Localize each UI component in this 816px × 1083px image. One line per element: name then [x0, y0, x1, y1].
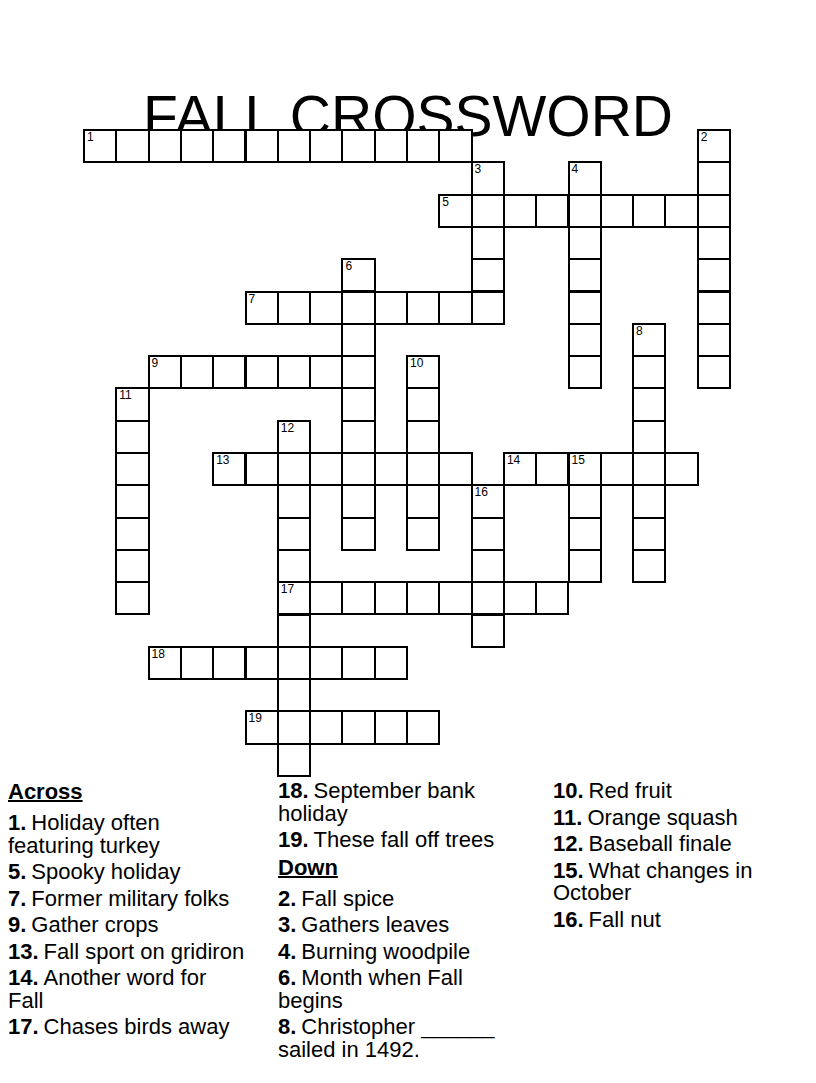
clue-text: Burning woodpile — [301, 939, 470, 964]
grid-cell-r9c6[interactable]: 12 — [277, 420, 311, 454]
cell-number: 15 — [572, 454, 585, 467]
grid-cell-r0c10[interactable] — [406, 129, 440, 163]
grid-cell-r14c1[interactable] — [115, 581, 149, 615]
grid-cell-r7c6[interactable] — [277, 355, 311, 389]
grid-cell-r7c10[interactable]: 10 — [406, 355, 440, 389]
grid-cell-r2c16[interactable] — [600, 194, 634, 228]
grid-cell-r7c4[interactable] — [212, 355, 246, 389]
clues-column-2: 18.September bank holiday19.These fall o… — [278, 780, 530, 1065]
crossword-grid: 12345678910111213141516171819 — [83, 129, 743, 789]
grid-cell-r17c6[interactable] — [277, 678, 311, 712]
grid-cell-r14c7[interactable] — [309, 581, 343, 615]
grid-cell-r9c10[interactable] — [406, 420, 440, 454]
clue-text: Gathers leaves — [301, 912, 449, 937]
cell-number: 11 — [119, 389, 131, 402]
clue-item: 10.Red fruit — [553, 780, 805, 803]
grid-cell-r0c1[interactable] — [115, 129, 149, 163]
grid-cell-r0c11[interactable] — [438, 129, 472, 163]
cell-number: 17 — [281, 583, 294, 596]
clue-number: 16. — [553, 907, 584, 932]
clue-item: 16.Fall nut — [553, 909, 805, 932]
grid-cell-r16c3[interactable] — [180, 646, 214, 680]
cell-number: 10 — [410, 357, 423, 370]
grid-cell-r12c8[interactable] — [341, 517, 375, 551]
grid-cell-r7c2[interactable]: 9 — [148, 355, 182, 389]
grid-cell-r5c19[interactable] — [697, 291, 731, 325]
grid-cell-r4c19[interactable] — [697, 258, 731, 292]
grid-cell-r10c6[interactable] — [277, 452, 311, 486]
grid-cell-r15c6[interactable] — [277, 614, 311, 648]
clues-column-1: Across1.Holiday often featuring turkey5.… — [8, 780, 260, 1043]
grid-cell-r10c11[interactable] — [438, 452, 472, 486]
grid-cell-r11c12[interactable]: 16 — [471, 484, 505, 518]
grid-cell-r1c15[interactable]: 4 — [568, 161, 602, 195]
grid-cell-r6c17[interactable]: 8 — [632, 323, 666, 357]
grid-cell-r12c12[interactable] — [471, 517, 505, 551]
grid-cell-r12c17[interactable] — [632, 517, 666, 551]
clue-number: 2. — [278, 886, 296, 911]
clue-item: 3.Gathers leaves — [278, 914, 530, 937]
clue-item: 11.Orange squash — [553, 807, 805, 830]
clue-text: Fall spice — [301, 886, 394, 911]
grid-cell-r4c15[interactable] — [568, 258, 602, 292]
down-heading: Down — [278, 856, 530, 879]
grid-cell-r0c9[interactable] — [374, 129, 408, 163]
clue-item: 17.Chases birds away — [8, 1016, 260, 1039]
clue-text: Orange squash — [587, 805, 737, 830]
grid-cell-r5c5[interactable]: 7 — [245, 291, 279, 325]
clue-number: 11. — [553, 805, 582, 830]
cell-number: 16 — [475, 486, 488, 499]
grid-cell-r5c7[interactable] — [309, 291, 343, 325]
grid-cell-r14c8[interactable] — [341, 581, 375, 615]
grid-cell-r7c19[interactable] — [697, 355, 731, 389]
grid-cell-r16c5[interactable] — [245, 646, 279, 680]
clue-number: 9. — [8, 912, 26, 937]
grid-cell-r3c12[interactable] — [471, 226, 505, 260]
grid-cell-r4c8[interactable]: 6 — [341, 258, 375, 292]
cell-number: 12 — [281, 422, 294, 435]
clue-number: 15. — [553, 858, 584, 883]
grid-cell-r0c7[interactable] — [309, 129, 343, 163]
clue-number: 1. — [8, 810, 26, 835]
grid-cell-r2c18[interactable] — [664, 194, 698, 228]
clue-number: 14. — [8, 965, 39, 990]
grid-cell-r16c6[interactable] — [277, 646, 311, 680]
grid-cell-r14c12[interactable] — [471, 581, 505, 615]
grid-cell-r11c8[interactable] — [341, 484, 375, 518]
grid-cell-r0c5[interactable] — [245, 129, 279, 163]
grid-cell-r9c8[interactable] — [341, 420, 375, 454]
grid-cell-r2c14[interactable] — [535, 194, 569, 228]
grid-cell-r2c19[interactable] — [697, 194, 731, 228]
grid-cell-r10c1[interactable] — [115, 452, 149, 486]
clue-number: 4. — [278, 939, 296, 964]
grid-cell-r5c15[interactable] — [568, 291, 602, 325]
grid-cell-r16c8[interactable] — [341, 646, 375, 680]
cell-number: 2 — [701, 131, 708, 144]
grid-cell-r0c2[interactable] — [148, 129, 182, 163]
grid-cell-r18c6[interactable] — [277, 710, 311, 744]
grid-cell-r8c17[interactable] — [632, 387, 666, 421]
cell-number: 14 — [507, 454, 520, 467]
grid-cell-r0c3[interactable] — [180, 129, 214, 163]
clue-item: 14.Another word for Fall — [8, 967, 260, 1012]
grid-cell-r11c1[interactable] — [115, 484, 149, 518]
clue-number: 18. — [278, 778, 309, 803]
clue-text: Gather crops — [31, 912, 158, 937]
clue-item: 7.Former military folks — [8, 888, 260, 911]
clue-number: 8. — [278, 1014, 296, 1039]
clue-number: 12. — [553, 831, 584, 856]
clue-text: Former military folks — [31, 886, 229, 911]
grid-cell-r6c8[interactable] — [341, 323, 375, 357]
cell-number: 7 — [249, 293, 256, 306]
grid-cell-r13c17[interactable] — [632, 549, 666, 583]
clue-item: 9.Gather crops — [8, 914, 260, 937]
grid-cell-r2c17[interactable] — [632, 194, 666, 228]
grid-cell-r18c9[interactable] — [374, 710, 408, 744]
grid-cell-r5c10[interactable] — [406, 291, 440, 325]
grid-cell-r0c6[interactable] — [277, 129, 311, 163]
clue-text: Chases birds away — [44, 1014, 230, 1039]
grid-cell-r1c12[interactable]: 3 — [471, 161, 505, 195]
grid-cell-r12c6[interactable] — [277, 517, 311, 551]
grid-cell-r13c1[interactable] — [115, 549, 149, 583]
grid-cell-r5c6[interactable] — [277, 291, 311, 325]
grid-cell-r13c12[interactable] — [471, 549, 505, 583]
grid-cell-r16c2[interactable]: 18 — [148, 646, 182, 680]
grid-cell-r10c9[interactable] — [374, 452, 408, 486]
grid-cell-r10c4[interactable]: 13 — [212, 452, 246, 486]
grid-cell-r10c13[interactable]: 14 — [503, 452, 537, 486]
grid-cell-r13c15[interactable] — [568, 549, 602, 583]
clue-item: 18.September bank holiday — [278, 780, 530, 825]
clue-number: 17. — [8, 1014, 39, 1039]
grid-cell-r14c14[interactable] — [535, 581, 569, 615]
grid-cell-r0c4[interactable] — [212, 129, 246, 163]
grid-cell-r10c16[interactable] — [600, 452, 634, 486]
clue-number: 3. — [278, 912, 296, 937]
grid-cell-r7c5[interactable] — [245, 355, 279, 389]
grid-cell-r14c10[interactable] — [406, 581, 440, 615]
grid-cell-r4c12[interactable] — [471, 258, 505, 292]
grid-cell-r18c10[interactable] — [406, 710, 440, 744]
grid-cell-r16c4[interactable] — [212, 646, 246, 680]
grid-cell-r2c11[interactable]: 5 — [438, 194, 472, 228]
grid-cell-r18c7[interactable] — [309, 710, 343, 744]
grid-cell-r7c17[interactable] — [632, 355, 666, 389]
cell-number: 6 — [345, 260, 352, 273]
grid-cell-r0c8[interactable] — [341, 129, 375, 163]
grid-cell-r12c15[interactable] — [568, 517, 602, 551]
grid-cell-r0c19[interactable]: 2 — [697, 129, 731, 163]
grid-cell-r8c8[interactable] — [341, 387, 375, 421]
cell-number: 4 — [572, 163, 579, 176]
grid-cell-r7c3[interactable] — [180, 355, 214, 389]
grid-cell-r5c9[interactable] — [374, 291, 408, 325]
grid-cell-r16c9[interactable] — [374, 646, 408, 680]
clue-number: 6. — [278, 965, 296, 990]
cell-number: 19 — [249, 712, 262, 725]
grid-cell-r18c8[interactable] — [341, 710, 375, 744]
grid-cell-r10c8[interactable] — [341, 452, 375, 486]
clue-number: 13. — [8, 939, 39, 964]
cell-number: 8 — [636, 325, 643, 338]
cell-number: 13 — [216, 454, 229, 467]
cell-number: 5 — [442, 196, 449, 209]
grid-cell-r8c10[interactable] — [406, 387, 440, 421]
clue-item: 4.Burning woodpile — [278, 941, 530, 964]
grid-cell-r5c11[interactable] — [438, 291, 472, 325]
clue-item: 19.These fall off trees — [278, 829, 530, 852]
cell-number: 1 — [87, 131, 94, 144]
clue-item: 2.Fall spice — [278, 888, 530, 911]
grid-cell-r14c11[interactable] — [438, 581, 472, 615]
clue-text: Christopher ______ sailed in 1492. — [278, 1014, 495, 1062]
grid-cell-r10c14[interactable] — [535, 452, 569, 486]
grid-cell-r19c6[interactable] — [277, 743, 311, 777]
grid-cell-r13c6[interactable] — [277, 549, 311, 583]
clue-item: 6.Month when Fall begins — [278, 967, 530, 1012]
grid-cell-r14c6[interactable]: 17 — [277, 581, 311, 615]
grid-cell-r7c7[interactable] — [309, 355, 343, 389]
grid-cell-r2c15[interactable] — [568, 194, 602, 228]
grid-cell-r6c19[interactable] — [697, 323, 731, 357]
grid-cell-r5c8[interactable] — [341, 291, 375, 325]
clue-text: Red fruit — [589, 778, 672, 803]
grid-cell-r0c0[interactable]: 1 — [83, 129, 117, 163]
clue-text: Holiday often featuring turkey — [8, 810, 160, 858]
grid-cell-r10c18[interactable] — [664, 452, 698, 486]
clue-item: 15.What changes in October — [553, 860, 805, 905]
grid-cell-r5c12[interactable] — [471, 291, 505, 325]
clue-number: 10. — [553, 778, 584, 803]
grid-cell-r1c19[interactable] — [697, 161, 731, 195]
grid-cell-r7c15[interactable] — [568, 355, 602, 389]
cell-number: 18 — [152, 648, 165, 661]
cell-number: 9 — [152, 357, 159, 370]
grid-cell-r8c1[interactable]: 11 — [115, 387, 149, 421]
clue-text: Fall sport on gridiron — [44, 939, 245, 964]
clue-item: 1.Holiday often featuring turkey — [8, 812, 260, 857]
cell-number: 3 — [475, 163, 482, 176]
clue-text: Fall nut — [589, 907, 661, 932]
grid-cell-r9c17[interactable] — [632, 420, 666, 454]
clue-text: Spooky holiday — [31, 859, 180, 884]
grid-cell-r10c10[interactable] — [406, 452, 440, 486]
grid-cell-r3c19[interactable] — [697, 226, 731, 260]
grid-cell-r9c1[interactable] — [115, 420, 149, 454]
grid-cell-r7c8[interactable] — [341, 355, 375, 389]
grid-cell-r2c12[interactable] — [471, 194, 505, 228]
clue-number: 19. — [278, 827, 309, 852]
clue-item: 12.Baseball finale — [553, 833, 805, 856]
grid-cell-r18c5[interactable]: 19 — [245, 710, 279, 744]
clue-item: 5.Spooky holiday — [8, 861, 260, 884]
grid-cell-r15c12[interactable] — [471, 614, 505, 648]
clue-number: 7. — [8, 886, 26, 911]
grid-cell-r11c15[interactable] — [568, 484, 602, 518]
grid-cell-r14c9[interactable] — [374, 581, 408, 615]
grid-cell-r6c15[interactable] — [568, 323, 602, 357]
grid-cell-r11c17[interactable] — [632, 484, 666, 518]
clue-text: Month when Fall begins — [278, 965, 463, 1013]
grid-cell-r12c10[interactable] — [406, 517, 440, 551]
grid-cell-r14c13[interactable] — [503, 581, 537, 615]
grid-cell-r11c10[interactable] — [406, 484, 440, 518]
across-heading: Across — [8, 780, 260, 803]
clue-text: These fall off trees — [314, 827, 495, 852]
grid-cell-r12c1[interactable] — [115, 517, 149, 551]
grid-cell-r10c5[interactable] — [245, 452, 279, 486]
clues-column-3: 10.Red fruit11.Orange squash12.Baseball … — [553, 780, 805, 935]
grid-cell-r10c17[interactable] — [632, 452, 666, 486]
clue-text: Baseball finale — [589, 831, 732, 856]
grid-cell-r2c13[interactable] — [503, 194, 537, 228]
clue-item: 8.Christopher ______ sailed in 1492. — [278, 1016, 530, 1061]
grid-cell-r10c7[interactable] — [309, 452, 343, 486]
clue-item: 13.Fall sport on gridiron — [8, 941, 260, 964]
grid-cell-r11c6[interactable] — [277, 484, 311, 518]
grid-cell-r10c15[interactable]: 15 — [568, 452, 602, 486]
clue-number: 5. — [8, 859, 26, 884]
grid-cell-r16c7[interactable] — [309, 646, 343, 680]
grid-cell-r3c15[interactable] — [568, 226, 602, 260]
